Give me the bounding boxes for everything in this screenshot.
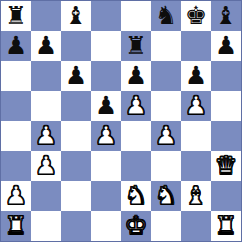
square-f1[interactable]: [151, 211, 181, 241]
square-a1[interactable]: ♜: [1, 211, 31, 241]
square-e1[interactable]: ♚: [121, 211, 151, 241]
square-f2[interactable]: ♞: [151, 181, 181, 211]
black-pawn-piece[interactable]: ♟: [185, 61, 207, 91]
square-f6[interactable]: [151, 61, 181, 91]
square-d2[interactable]: [91, 181, 121, 211]
square-b8[interactable]: [31, 1, 61, 31]
black-pawn-piece[interactable]: ♟: [215, 31, 237, 61]
square-f3[interactable]: [151, 151, 181, 181]
black-bishop-piece[interactable]: ♝: [65, 1, 87, 31]
chess-board: ♜♝♞♚♝♟♟♜♟♟♟♟♟♟♟♟♟♟♟♛♟♞♞♝♜♚♜: [0, 0, 242, 242]
square-g2[interactable]: ♝: [181, 181, 211, 211]
black-bishop-piece[interactable]: ♝: [215, 1, 237, 31]
square-d1[interactable]: [91, 211, 121, 241]
black-rook-piece[interactable]: ♜: [5, 1, 27, 31]
white-pawn-piece[interactable]: ♟: [5, 181, 27, 211]
square-c8[interactable]: ♝: [61, 1, 91, 31]
square-e4[interactable]: [121, 121, 151, 151]
white-rook-piece[interactable]: ♜: [215, 211, 237, 241]
square-g3[interactable]: [181, 151, 211, 181]
black-king-piece[interactable]: ♚: [185, 1, 207, 31]
square-c7[interactable]: [61, 31, 91, 61]
black-pawn-piece[interactable]: ♟: [35, 31, 57, 61]
square-b3[interactable]: ♟: [31, 151, 61, 181]
square-h8[interactable]: ♝: [211, 1, 241, 31]
square-e5[interactable]: ♟: [121, 91, 151, 121]
square-a3[interactable]: [1, 151, 31, 181]
square-h7[interactable]: ♟: [211, 31, 241, 61]
black-rook-piece[interactable]: ♜: [125, 31, 147, 61]
square-b7[interactable]: ♟: [31, 31, 61, 61]
square-h1[interactable]: ♜: [211, 211, 241, 241]
square-g1[interactable]: [181, 211, 211, 241]
square-e7[interactable]: ♜: [121, 31, 151, 61]
white-knight-piece[interactable]: ♞: [125, 181, 147, 211]
white-rook-piece[interactable]: ♜: [5, 211, 27, 241]
square-c3[interactable]: [61, 151, 91, 181]
square-f7[interactable]: [151, 31, 181, 61]
square-h5[interactable]: [211, 91, 241, 121]
white-pawn-piece[interactable]: ♟: [95, 121, 117, 151]
square-g4[interactable]: [181, 121, 211, 151]
white-pawn-piece[interactable]: ♟: [35, 151, 57, 181]
square-g7[interactable]: [181, 31, 211, 61]
square-b1[interactable]: [31, 211, 61, 241]
square-e8[interactable]: [121, 1, 151, 31]
white-pawn-piece[interactable]: ♟: [185, 91, 207, 121]
white-bishop-piece[interactable]: ♝: [185, 181, 207, 211]
white-pawn-piece[interactable]: ♟: [155, 121, 177, 151]
square-a2[interactable]: ♟: [1, 181, 31, 211]
white-king-piece[interactable]: ♚: [125, 211, 147, 241]
black-pawn-piece[interactable]: ♟: [95, 91, 117, 121]
square-a8[interactable]: ♜: [1, 1, 31, 31]
square-e6[interactable]: ♟: [121, 61, 151, 91]
square-g8[interactable]: ♚: [181, 1, 211, 31]
square-d8[interactable]: [91, 1, 121, 31]
white-pawn-piece[interactable]: ♟: [125, 91, 147, 121]
square-h6[interactable]: [211, 61, 241, 91]
square-h2[interactable]: [211, 181, 241, 211]
square-d4[interactable]: ♟: [91, 121, 121, 151]
square-a4[interactable]: [1, 121, 31, 151]
white-knight-piece[interactable]: ♞: [155, 181, 177, 211]
square-a5[interactable]: [1, 91, 31, 121]
black-pawn-piece[interactable]: ♟: [65, 61, 87, 91]
black-knight-piece[interactable]: ♞: [155, 1, 177, 31]
square-d5[interactable]: ♟: [91, 91, 121, 121]
square-a6[interactable]: [1, 61, 31, 91]
square-e2[interactable]: ♞: [121, 181, 151, 211]
square-c4[interactable]: [61, 121, 91, 151]
square-c1[interactable]: [61, 211, 91, 241]
square-g5[interactable]: ♟: [181, 91, 211, 121]
white-queen-piece[interactable]: ♛: [215, 151, 237, 181]
square-e3[interactable]: [121, 151, 151, 181]
square-h3[interactable]: ♛: [211, 151, 241, 181]
square-d3[interactable]: [91, 151, 121, 181]
square-d6[interactable]: [91, 61, 121, 91]
square-c6[interactable]: ♟: [61, 61, 91, 91]
square-h4[interactable]: [211, 121, 241, 151]
square-b5[interactable]: [31, 91, 61, 121]
square-f8[interactable]: ♞: [151, 1, 181, 31]
square-g6[interactable]: ♟: [181, 61, 211, 91]
square-b6[interactable]: [31, 61, 61, 91]
black-pawn-piece[interactable]: ♟: [5, 31, 27, 61]
square-b2[interactable]: [31, 181, 61, 211]
square-d7[interactable]: [91, 31, 121, 61]
square-f5[interactable]: [151, 91, 181, 121]
black-pawn-piece[interactable]: ♟: [125, 61, 147, 91]
square-a7[interactable]: ♟: [1, 31, 31, 61]
square-c5[interactable]: [61, 91, 91, 121]
square-b4[interactable]: ♟: [31, 121, 61, 151]
square-c2[interactable]: [61, 181, 91, 211]
square-f4[interactable]: ♟: [151, 121, 181, 151]
white-pawn-piece[interactable]: ♟: [35, 121, 57, 151]
